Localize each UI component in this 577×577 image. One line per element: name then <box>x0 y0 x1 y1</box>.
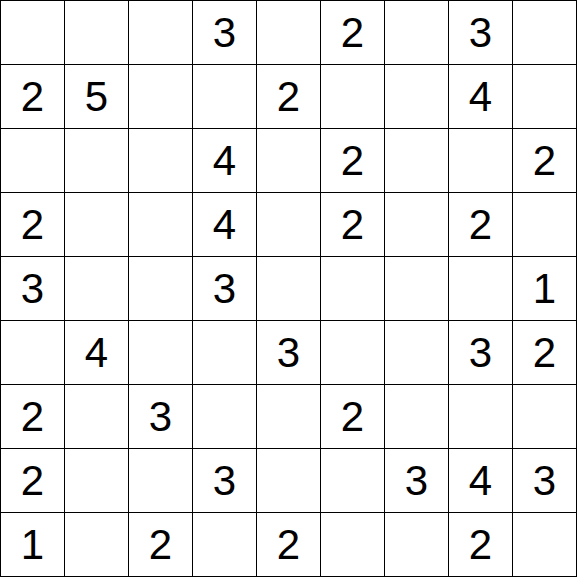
cell-r2c2[interactable]: 5 <box>65 65 128 128</box>
cell-r1c6[interactable]: 2 <box>321 1 384 64</box>
clue-number: 2 <box>469 204 492 246</box>
cell-r5c9[interactable]: 1 <box>513 257 576 320</box>
cell-r4c1[interactable]: 2 <box>1 193 64 256</box>
cell-r5c7[interactable] <box>385 257 448 320</box>
clue-number: 2 <box>533 332 556 374</box>
clue-number: 2 <box>341 140 364 182</box>
cell-r7c4[interactable] <box>193 385 256 448</box>
cell-r6c5[interactable]: 3 <box>257 321 320 384</box>
cell-r3c9[interactable]: 2 <box>513 129 576 192</box>
cell-r3c4[interactable]: 4 <box>193 129 256 192</box>
cell-r2c8[interactable]: 4 <box>449 65 512 128</box>
cell-r5c6[interactable] <box>321 257 384 320</box>
cell-r9c4[interactable] <box>193 513 256 576</box>
clue-number: 2 <box>21 76 44 118</box>
clue-number: 2 <box>469 524 492 566</box>
clue-number: 2 <box>341 12 364 54</box>
cell-r3c8[interactable] <box>449 129 512 192</box>
cell-r3c2[interactable] <box>65 129 128 192</box>
cell-r9c7[interactable] <box>385 513 448 576</box>
cell-r1c4[interactable]: 3 <box>193 1 256 64</box>
cell-r8c3[interactable] <box>129 449 192 512</box>
clue-number: 1 <box>21 524 44 566</box>
cell-r8c5[interactable] <box>257 449 320 512</box>
cell-r2c1[interactable]: 2 <box>1 65 64 128</box>
cell-r1c7[interactable] <box>385 1 448 64</box>
cell-r7c7[interactable] <box>385 385 448 448</box>
cell-r1c5[interactable] <box>257 1 320 64</box>
cell-r2c5[interactable]: 2 <box>257 65 320 128</box>
cell-r5c8[interactable] <box>449 257 512 320</box>
clue-number: 4 <box>85 332 108 374</box>
cell-r7c1[interactable]: 2 <box>1 385 64 448</box>
cell-r2c7[interactable] <box>385 65 448 128</box>
cell-r6c4[interactable] <box>193 321 256 384</box>
clue-number: 3 <box>469 332 492 374</box>
cell-r2c4[interactable] <box>193 65 256 128</box>
cell-r6c1[interactable] <box>1 321 64 384</box>
clue-number: 2 <box>21 396 44 438</box>
clue-number: 4 <box>469 76 492 118</box>
clue-number: 2 <box>149 524 172 566</box>
cell-r6c2[interactable]: 4 <box>65 321 128 384</box>
cell-r7c5[interactable] <box>257 385 320 448</box>
cell-r3c5[interactable] <box>257 129 320 192</box>
cell-r4c2[interactable] <box>65 193 128 256</box>
cell-r4c8[interactable]: 2 <box>449 193 512 256</box>
clue-number: 2 <box>341 396 364 438</box>
clue-number: 2 <box>341 204 364 246</box>
cell-r4c3[interactable] <box>129 193 192 256</box>
cell-r6c7[interactable] <box>385 321 448 384</box>
cell-r4c4[interactable]: 4 <box>193 193 256 256</box>
cell-r9c1[interactable]: 1 <box>1 513 64 576</box>
cell-r1c2[interactable] <box>65 1 128 64</box>
cell-r4c5[interactable] <box>257 193 320 256</box>
cell-r4c7[interactable] <box>385 193 448 256</box>
cell-r6c9[interactable]: 2 <box>513 321 576 384</box>
cell-r8c9[interactable]: 3 <box>513 449 576 512</box>
cell-r5c2[interactable] <box>65 257 128 320</box>
cell-r4c9[interactable] <box>513 193 576 256</box>
cell-r9c9[interactable] <box>513 513 576 576</box>
cell-r5c3[interactable] <box>129 257 192 320</box>
clue-number: 3 <box>213 268 236 310</box>
cell-r1c9[interactable] <box>513 1 576 64</box>
cell-r7c2[interactable] <box>65 385 128 448</box>
cell-r2c9[interactable] <box>513 65 576 128</box>
clue-number: 4 <box>213 204 236 246</box>
cell-r6c3[interactable] <box>129 321 192 384</box>
cell-r8c2[interactable] <box>65 449 128 512</box>
cell-r7c9[interactable] <box>513 385 576 448</box>
cell-r1c1[interactable] <box>1 1 64 64</box>
cell-r9c6[interactable] <box>321 513 384 576</box>
clue-number: 3 <box>21 268 44 310</box>
clue-number: 4 <box>213 140 236 182</box>
cell-r1c3[interactable] <box>129 1 192 64</box>
cell-r3c3[interactable] <box>129 129 192 192</box>
cell-r8c4[interactable]: 3 <box>193 449 256 512</box>
clue-number: 5 <box>85 76 108 118</box>
cell-r7c3[interactable]: 3 <box>129 385 192 448</box>
cell-r3c1[interactable] <box>1 129 64 192</box>
clue-number: 2 <box>533 140 556 182</box>
clue-number: 3 <box>213 460 236 502</box>
clue-number: 2 <box>21 460 44 502</box>
clue-number: 2 <box>21 204 44 246</box>
cell-r4c6[interactable]: 2 <box>321 193 384 256</box>
cell-r1c8[interactable]: 3 <box>449 1 512 64</box>
cell-r5c1[interactable]: 3 <box>1 257 64 320</box>
clue-number: 3 <box>469 12 492 54</box>
cell-r3c6[interactable]: 2 <box>321 129 384 192</box>
cell-r5c5[interactable] <box>257 257 320 320</box>
clue-number: 2 <box>277 524 300 566</box>
clue-number: 3 <box>213 12 236 54</box>
cell-r8c7[interactable]: 3 <box>385 449 448 512</box>
cell-r6c8[interactable]: 3 <box>449 321 512 384</box>
cell-r8c1[interactable]: 2 <box>1 449 64 512</box>
mosaic-board: 323252442224223314332232233431222 <box>0 0 577 577</box>
cell-r8c6[interactable] <box>321 449 384 512</box>
clue-number: 2 <box>277 76 300 118</box>
clue-number: 3 <box>149 396 172 438</box>
clue-number: 4 <box>469 460 492 502</box>
cell-r8c8[interactable]: 4 <box>449 449 512 512</box>
cell-r2c6[interactable] <box>321 65 384 128</box>
cell-r7c6[interactable]: 2 <box>321 385 384 448</box>
cell-r9c3[interactable]: 2 <box>129 513 192 576</box>
cell-r3c7[interactable] <box>385 129 448 192</box>
cell-r2c3[interactable] <box>129 65 192 128</box>
cell-r6c6[interactable] <box>321 321 384 384</box>
clue-number: 3 <box>533 460 556 502</box>
clue-number: 3 <box>277 332 300 374</box>
cell-r7c8[interactable] <box>449 385 512 448</box>
cell-r9c8[interactable]: 2 <box>449 513 512 576</box>
clue-number: 1 <box>533 268 556 310</box>
cell-r9c2[interactable] <box>65 513 128 576</box>
cell-r5c4[interactable]: 3 <box>193 257 256 320</box>
clue-number: 3 <box>405 460 428 502</box>
cell-r9c5[interactable]: 2 <box>257 513 320 576</box>
